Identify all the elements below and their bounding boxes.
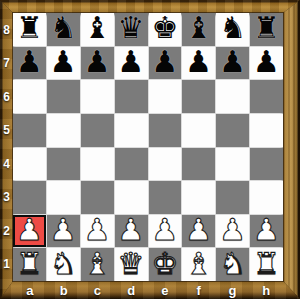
piece-white-knight: ♞ [219, 249, 246, 279]
square-d8[interactable]: ♛ [115, 13, 148, 46]
square-b2[interactable]: ♟ [47, 215, 80, 248]
square-d5[interactable] [115, 114, 148, 147]
square-d4[interactable] [115, 148, 148, 181]
piece-white-queen: ♛ [118, 249, 145, 279]
piece-black-rook: ♜ [16, 13, 43, 43]
square-d3[interactable] [115, 181, 148, 214]
piece-white-pawn: ♟ [219, 215, 246, 245]
square-g3[interactable] [216, 181, 249, 214]
piece-black-rook: ♜ [253, 13, 280, 43]
square-c5[interactable] [81, 114, 114, 147]
square-e7[interactable]: ♟ [149, 47, 182, 80]
square-g8[interactable]: ♞ [216, 13, 249, 46]
square-g1[interactable]: ♞ [216, 248, 249, 281]
square-g4[interactable] [216, 148, 249, 181]
square-f8[interactable]: ♝ [182, 13, 215, 46]
piece-white-pawn: ♟ [16, 215, 43, 245]
square-c8[interactable]: ♝ [81, 13, 114, 46]
piece-black-bishop: ♝ [84, 13, 111, 43]
square-c7[interactable]: ♟ [81, 47, 114, 80]
square-h5[interactable] [250, 114, 283, 147]
piece-black-pawn: ♟ [50, 47, 77, 77]
square-a1[interactable]: ♜ [13, 248, 46, 281]
piece-black-pawn: ♟ [253, 47, 280, 77]
square-f5[interactable] [182, 114, 215, 147]
rank-label-3: 3 [0, 181, 13, 215]
square-f6[interactable] [182, 80, 215, 113]
piece-white-pawn: ♟ [118, 215, 145, 245]
file-label-f: f [182, 282, 216, 298]
piece-black-pawn: ♟ [219, 47, 246, 77]
rank-label-4: 4 [0, 147, 13, 181]
piece-black-pawn: ♟ [16, 47, 43, 77]
file-label-b: b [47, 282, 81, 298]
square-f2[interactable]: ♟ [182, 215, 215, 248]
square-d2[interactable]: ♟ [115, 215, 148, 248]
piece-black-bishop: ♝ [185, 13, 212, 43]
piece-black-pawn: ♟ [84, 47, 111, 77]
piece-black-pawn: ♟ [118, 47, 145, 77]
square-c1[interactable]: ♝ [81, 248, 114, 281]
piece-black-queen: ♛ [118, 13, 145, 43]
file-label-d: d [114, 282, 148, 298]
square-c4[interactable] [81, 148, 114, 181]
square-a6[interactable] [13, 80, 46, 113]
piece-black-king: ♚ [151, 13, 178, 43]
piece-black-pawn: ♟ [185, 47, 212, 77]
piece-white-rook: ♜ [16, 249, 43, 279]
square-b4[interactable] [47, 148, 80, 181]
square-h2[interactable]: ♟ [250, 215, 283, 248]
square-d7[interactable]: ♟ [115, 47, 148, 80]
square-h3[interactable] [250, 181, 283, 214]
square-d1[interactable]: ♛ [115, 248, 148, 281]
square-a5[interactable] [13, 114, 46, 147]
square-a2[interactable]: ♟ [13, 215, 46, 248]
rank-label-8: 8 [0, 13, 13, 47]
square-b1[interactable]: ♞ [47, 248, 80, 281]
file-label-g: g [216, 282, 250, 298]
square-c3[interactable] [81, 181, 114, 214]
rank-label-7: 7 [0, 47, 13, 81]
rank-label-1: 1 [0, 248, 13, 282]
square-h4[interactable] [250, 148, 283, 181]
square-g5[interactable] [216, 114, 249, 147]
square-g7[interactable]: ♟ [216, 47, 249, 80]
square-h8[interactable]: ♜ [250, 13, 283, 46]
file-label-e: e [148, 282, 182, 298]
board-frame-right [283, 0, 300, 299]
square-e2[interactable]: ♟ [149, 215, 182, 248]
square-b3[interactable] [47, 181, 80, 214]
piece-white-pawn: ♟ [253, 215, 280, 245]
piece-white-rook: ♜ [253, 249, 280, 279]
square-f1[interactable]: ♝ [182, 248, 215, 281]
square-a8[interactable]: ♜ [13, 13, 46, 46]
rank-label-6: 6 [0, 80, 13, 114]
rank-label-2: 2 [0, 214, 13, 248]
square-f3[interactable] [182, 181, 215, 214]
square-e1[interactable]: ♚ [149, 248, 182, 281]
square-c6[interactable] [81, 80, 114, 113]
chess-board: ♜♞♝♛♚♝♞♜♟♟♟♟♟♟♟♟♟♟♟♟♟♟♟♟♜♞♝♛♚♝♞♜ [13, 13, 283, 281]
piece-white-pawn: ♟ [84, 215, 111, 245]
piece-white-pawn: ♟ [50, 215, 77, 245]
rank-labels: 87654321 [0, 13, 13, 281]
square-e6[interactable] [149, 80, 182, 113]
square-a4[interactable] [13, 148, 46, 181]
piece-white-pawn: ♟ [185, 215, 212, 245]
square-b5[interactable] [47, 114, 80, 147]
square-e5[interactable] [149, 114, 182, 147]
file-label-a: a [13, 282, 47, 298]
square-b6[interactable] [47, 80, 80, 113]
square-a3[interactable] [13, 181, 46, 214]
piece-white-pawn: ♟ [151, 215, 178, 245]
square-e3[interactable] [149, 181, 182, 214]
square-e4[interactable] [149, 148, 182, 181]
square-b7[interactable]: ♟ [47, 47, 80, 80]
square-d6[interactable] [115, 80, 148, 113]
square-g6[interactable] [216, 80, 249, 113]
piece-white-knight: ♞ [50, 249, 77, 279]
file-label-h: h [249, 282, 283, 298]
square-f7[interactable]: ♟ [182, 47, 215, 80]
piece-black-knight: ♞ [50, 13, 77, 43]
square-b8[interactable]: ♞ [47, 13, 80, 46]
file-labels: abcdefgh [13, 282, 283, 298]
board-frame-top [0, 0, 300, 13]
piece-white-bishop: ♝ [84, 249, 111, 279]
square-h6[interactable] [250, 80, 283, 113]
square-a7[interactable]: ♟ [13, 47, 46, 80]
chess-app: ♜♞♝♛♚♝♞♜♟♟♟♟♟♟♟♟♟♟♟♟♟♟♟♟♜♞♝♛♚♝♞♜ 8765432… [0, 0, 300, 299]
square-e8[interactable]: ♚ [149, 13, 182, 46]
square-f4[interactable] [182, 148, 215, 181]
piece-white-bishop: ♝ [185, 249, 212, 279]
square-c2[interactable]: ♟ [81, 215, 114, 248]
piece-black-pawn: ♟ [151, 47, 178, 77]
piece-black-knight: ♞ [219, 13, 246, 43]
file-label-c: c [81, 282, 115, 298]
square-h1[interactable]: ♜ [250, 248, 283, 281]
square-h7[interactable]: ♟ [250, 47, 283, 80]
piece-white-king: ♚ [151, 249, 178, 279]
rank-label-5: 5 [0, 114, 13, 148]
square-g2[interactable]: ♟ [216, 215, 249, 248]
